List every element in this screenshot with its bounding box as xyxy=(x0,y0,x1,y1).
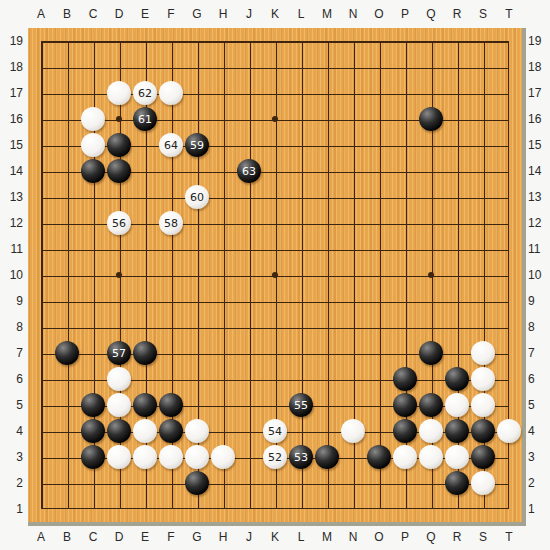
row-labels-left: 19181716151413121110987654321 xyxy=(0,28,28,522)
stone-black-G15[interactable]: 59 xyxy=(185,133,209,157)
move-number: 56 xyxy=(112,218,126,229)
coord-label: M xyxy=(314,0,340,28)
move-number: 58 xyxy=(164,218,178,229)
stone-black-R6[interactable] xyxy=(445,367,469,391)
move-number: 60 xyxy=(190,192,204,203)
coord-label: 4 xyxy=(0,418,28,444)
go-diagram: ABCDEFGHJKLMNOPQRST ABCDEFGHJKLMNOPQRST … xyxy=(0,0,550,550)
stone-black-Q7[interactable] xyxy=(419,341,443,365)
stone-white-C15[interactable] xyxy=(81,133,105,157)
stone-white-Q3[interactable] xyxy=(419,445,443,469)
stone-white-D17[interactable] xyxy=(107,81,131,105)
coord-label: D xyxy=(106,524,132,550)
coord-label: O xyxy=(366,524,392,550)
coord-label: F xyxy=(158,524,184,550)
coord-label: G xyxy=(184,524,210,550)
coord-label: F xyxy=(158,0,184,28)
stone-black-L5[interactable]: 55 xyxy=(289,393,313,417)
coord-label: 1 xyxy=(0,496,28,522)
coord-label: 18 xyxy=(526,54,550,80)
stone-black-Q5[interactable] xyxy=(419,393,443,417)
stone-white-K4[interactable]: 54 xyxy=(263,419,287,443)
move-number: 54 xyxy=(268,426,282,437)
coord-label: 18 xyxy=(0,54,28,80)
coord-label: E xyxy=(132,524,158,550)
stone-black-P4[interactable] xyxy=(393,419,417,443)
stone-white-E4[interactable] xyxy=(133,419,157,443)
stone-white-F17[interactable] xyxy=(159,81,183,105)
coord-label: B xyxy=(54,0,80,28)
coord-label: 6 xyxy=(526,366,550,392)
stone-white-F15[interactable]: 64 xyxy=(159,133,183,157)
stone-black-P5[interactable] xyxy=(393,393,417,417)
stone-black-E5[interactable] xyxy=(133,393,157,417)
coord-label: 3 xyxy=(0,444,28,470)
stone-black-C14[interactable] xyxy=(81,159,105,183)
coord-label: 16 xyxy=(526,106,550,132)
stone-black-S3[interactable] xyxy=(471,445,495,469)
coord-label: G xyxy=(184,0,210,28)
stone-white-G13[interactable]: 60 xyxy=(185,185,209,209)
coord-label: 1 xyxy=(526,496,550,522)
stone-white-C16[interactable] xyxy=(81,107,105,131)
stone-white-S7[interactable] xyxy=(471,341,495,365)
stone-black-D7[interactable]: 57 xyxy=(107,341,131,365)
move-number: 61 xyxy=(138,114,152,125)
coord-label: S xyxy=(470,524,496,550)
move-number: 53 xyxy=(294,452,308,463)
coord-label: 13 xyxy=(526,184,550,210)
coord-label: 5 xyxy=(0,392,28,418)
coord-label: 19 xyxy=(0,28,28,54)
coord-label: A xyxy=(28,0,54,28)
coord-label: 7 xyxy=(526,340,550,366)
stone-white-R3[interactable] xyxy=(445,445,469,469)
column-labels-top: ABCDEFGHJKLMNOPQRST xyxy=(28,0,522,28)
coord-label: C xyxy=(80,524,106,550)
stone-white-S2[interactable] xyxy=(471,471,495,495)
stone-white-N4[interactable] xyxy=(341,419,365,443)
stone-black-L3[interactable]: 53 xyxy=(289,445,313,469)
coord-label: 5 xyxy=(526,392,550,418)
stone-white-F12[interactable]: 58 xyxy=(159,211,183,235)
coord-label: 14 xyxy=(0,158,28,184)
stone-white-G3[interactable] xyxy=(185,445,209,469)
coord-label: 14 xyxy=(526,158,550,184)
column-labels-bottom: ABCDEFGHJKLMNOPQRST xyxy=(28,524,522,550)
stone-white-D3[interactable] xyxy=(107,445,131,469)
coord-label: A xyxy=(28,524,54,550)
stone-white-D12[interactable]: 56 xyxy=(107,211,131,235)
coord-label: N xyxy=(340,524,366,550)
coord-label: 4 xyxy=(526,418,550,444)
coord-label: 7 xyxy=(0,340,28,366)
stone-black-Q16[interactable] xyxy=(419,107,443,131)
coord-label: 12 xyxy=(526,210,550,236)
move-number: 62 xyxy=(138,88,152,99)
move-number: 52 xyxy=(268,452,282,463)
stone-black-O3[interactable] xyxy=(367,445,391,469)
coord-label: K xyxy=(262,0,288,28)
stone-white-H3[interactable] xyxy=(211,445,235,469)
coord-label: 12 xyxy=(0,210,28,236)
coord-label: L xyxy=(288,524,314,550)
stone-white-E17[interactable]: 62 xyxy=(133,81,157,105)
stones-layer: 62616459636056585755545253 xyxy=(28,28,522,522)
coord-label: 9 xyxy=(526,288,550,314)
coord-label: 8 xyxy=(0,314,28,340)
coord-label: 6 xyxy=(0,366,28,392)
coord-label: R xyxy=(444,0,470,28)
stone-black-D15[interactable] xyxy=(107,133,131,157)
coord-label: 2 xyxy=(526,470,550,496)
coord-label: 15 xyxy=(526,132,550,158)
stone-white-P3[interactable] xyxy=(393,445,417,469)
coord-label: T xyxy=(496,0,522,28)
stone-black-C4[interactable] xyxy=(81,419,105,443)
stone-white-S6[interactable] xyxy=(471,367,495,391)
stone-black-G2[interactable] xyxy=(185,471,209,495)
coord-label: T xyxy=(496,524,522,550)
stone-black-S4[interactable] xyxy=(471,419,495,443)
stone-white-Q4[interactable] xyxy=(419,419,443,443)
coord-label: L xyxy=(288,0,314,28)
coord-label: K xyxy=(262,524,288,550)
coord-label: Q xyxy=(418,524,444,550)
coord-label: O xyxy=(366,0,392,28)
coord-label: D xyxy=(106,0,132,28)
stone-white-R5[interactable] xyxy=(445,393,469,417)
stone-white-T4[interactable] xyxy=(497,419,521,443)
coord-label: C xyxy=(80,0,106,28)
stone-black-J14[interactable]: 63 xyxy=(237,159,261,183)
coord-label: J xyxy=(236,0,262,28)
stone-black-F5[interactable] xyxy=(159,393,183,417)
stone-black-R4[interactable] xyxy=(445,419,469,443)
coord-label: 13 xyxy=(0,184,28,210)
row-labels-right: 19181716151413121110987654321 xyxy=(526,28,550,522)
stone-black-C5[interactable] xyxy=(81,393,105,417)
coord-label: B xyxy=(54,524,80,550)
coord-label: 19 xyxy=(526,28,550,54)
coord-label: 17 xyxy=(526,80,550,106)
go-board[interactable]: 62616459636056585755545253 xyxy=(28,28,526,526)
stone-black-E7[interactable] xyxy=(133,341,157,365)
move-number: 64 xyxy=(164,140,178,151)
coord-label: 17 xyxy=(0,80,28,106)
move-number: 63 xyxy=(242,166,256,177)
stone-white-G4[interactable] xyxy=(185,419,209,443)
coord-label: 10 xyxy=(0,262,28,288)
coord-label: S xyxy=(470,0,496,28)
stone-white-S5[interactable] xyxy=(471,393,495,417)
coord-label: 2 xyxy=(0,470,28,496)
coord-label: 10 xyxy=(526,262,550,288)
stone-black-B7[interactable] xyxy=(55,341,79,365)
coord-label: P xyxy=(392,0,418,28)
stone-black-C3[interactable] xyxy=(81,445,105,469)
stone-black-E16[interactable]: 61 xyxy=(133,107,157,131)
move-number: 55 xyxy=(294,400,308,411)
coord-label: M xyxy=(314,524,340,550)
stone-white-K3[interactable]: 52 xyxy=(263,445,287,469)
stone-black-M3[interactable] xyxy=(315,445,339,469)
coord-label: 9 xyxy=(0,288,28,314)
stone-black-P6[interactable] xyxy=(393,367,417,391)
stone-black-R2[interactable] xyxy=(445,471,469,495)
stone-black-F4[interactable] xyxy=(159,419,183,443)
stone-white-E3[interactable] xyxy=(133,445,157,469)
coord-label: 15 xyxy=(0,132,28,158)
coord-label: P xyxy=(392,524,418,550)
stone-white-D5[interactable] xyxy=(107,393,131,417)
coord-label: 16 xyxy=(0,106,28,132)
coord-label: N xyxy=(340,0,366,28)
stone-black-D14[interactable] xyxy=(107,159,131,183)
coord-label: H xyxy=(210,0,236,28)
move-number: 57 xyxy=(112,348,126,359)
coord-label: 8 xyxy=(526,314,550,340)
coord-label: E xyxy=(132,0,158,28)
coord-label: 3 xyxy=(526,444,550,470)
coord-label: 11 xyxy=(526,236,550,262)
coord-label: Q xyxy=(418,0,444,28)
coord-label: J xyxy=(236,524,262,550)
stone-white-D6[interactable] xyxy=(107,367,131,391)
move-number: 59 xyxy=(190,140,204,151)
stone-white-F3[interactable] xyxy=(159,445,183,469)
coord-label: R xyxy=(444,524,470,550)
stone-black-D4[interactable] xyxy=(107,419,131,443)
coord-label: H xyxy=(210,524,236,550)
coord-label: 11 xyxy=(0,236,28,262)
